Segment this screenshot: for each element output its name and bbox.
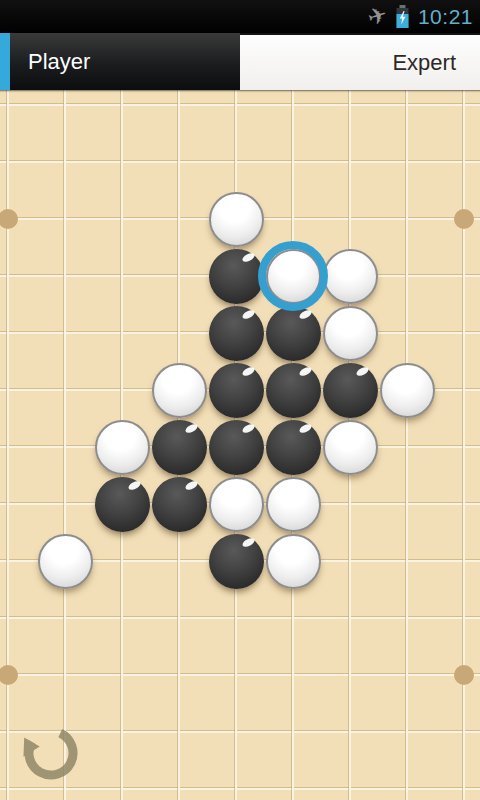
stone-highlight [273, 534, 309, 561]
stone-white [323, 306, 378, 361]
stone-highlight [330, 306, 366, 333]
status-bar: ✈ 10:21 [0, 0, 480, 33]
stone-black [209, 306, 264, 361]
stone-black [266, 420, 321, 475]
active-tab-stripe [0, 33, 10, 90]
tab-bar: Player Expert [0, 33, 480, 90]
stone-black [209, 363, 264, 418]
grid-hline [0, 617, 480, 619]
tab-expert-label: Expert [392, 50, 456, 76]
stone-black [266, 363, 321, 418]
grid-vline [406, 90, 408, 800]
stone-white [380, 363, 435, 418]
grid-hline [0, 104, 480, 106]
stone-highlight [216, 192, 252, 219]
grid-vline [463, 90, 465, 800]
star-point [454, 665, 474, 685]
star-point [0, 665, 18, 685]
stone-white [266, 534, 321, 589]
star-point [454, 209, 474, 229]
grid-hline [0, 788, 480, 790]
stone-highlight [216, 477, 252, 504]
stone-black [209, 534, 264, 589]
game-board[interactable] [0, 90, 480, 800]
stone-black [152, 477, 207, 532]
grid-vline [64, 90, 66, 800]
stone-white [323, 249, 378, 304]
app-screen: ✈ 10:21 Player Expert [0, 0, 480, 800]
stone-highlight [387, 363, 423, 390]
stone-white [266, 477, 321, 532]
tab-player[interactable]: Player [0, 33, 240, 90]
stone-highlight [330, 420, 366, 447]
stone-highlight [330, 249, 366, 276]
stone-highlight [45, 534, 81, 561]
undo-button[interactable] [16, 716, 86, 786]
stone-highlight [273, 249, 309, 276]
stone-black [209, 249, 264, 304]
tab-player-label: Player [28, 49, 90, 75]
stone-highlight [127, 479, 142, 491]
stone-highlight [298, 422, 313, 434]
stone-white [209, 477, 264, 532]
stone-highlight [241, 308, 256, 320]
stone-highlight [184, 422, 199, 434]
grid-hline [0, 674, 480, 676]
stone-black [209, 420, 264, 475]
stone-white [266, 249, 321, 304]
stone-white [323, 420, 378, 475]
battery-charging-icon [395, 5, 410, 28]
status-clock: 10:21 [418, 5, 473, 29]
stone-white [209, 192, 264, 247]
stone-white [152, 363, 207, 418]
stone-highlight [159, 363, 195, 390]
stone-black [152, 420, 207, 475]
stone-highlight [102, 420, 138, 447]
stone-highlight [273, 477, 309, 504]
stone-black [323, 363, 378, 418]
stone-white [38, 534, 93, 589]
star-point [0, 209, 18, 229]
stone-highlight [184, 479, 199, 491]
grid-hline [0, 161, 480, 163]
stone-highlight [241, 536, 256, 548]
stone-highlight [298, 308, 313, 320]
airplane-mode-icon: ✈ [365, 3, 390, 31]
grid-vline [7, 90, 9, 800]
stone-highlight [298, 365, 313, 377]
stone-black [95, 477, 150, 532]
stone-black [266, 306, 321, 361]
stone-white [95, 420, 150, 475]
stone-highlight [355, 365, 370, 377]
stone-highlight [241, 422, 256, 434]
stone-highlight [241, 251, 256, 263]
stone-highlight [241, 365, 256, 377]
tab-expert[interactable]: Expert [240, 33, 480, 90]
